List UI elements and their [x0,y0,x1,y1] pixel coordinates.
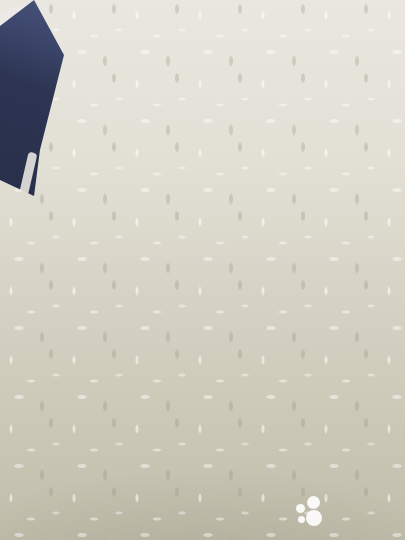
box-lid-corner [0,0,34,26]
avito-logo-icon [295,496,324,529]
product-box [0,0,70,212]
avito-watermark [295,496,328,529]
photo-scene [0,0,405,540]
box-edge-highlight [17,152,37,203]
box-corner-notch [0,0,10,9]
